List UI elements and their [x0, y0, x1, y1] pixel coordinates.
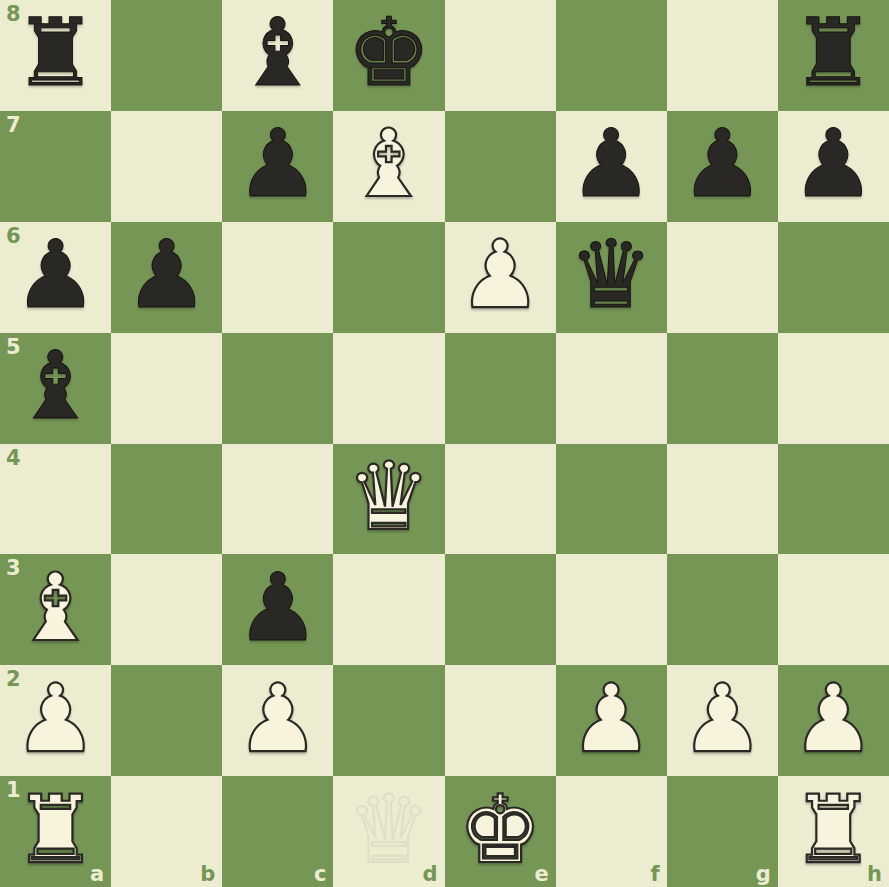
piece-white-pawn[interactable]: ♟	[680, 672, 764, 766]
square-g8[interactable]	[667, 0, 778, 111]
rank-label-7: 7	[6, 115, 21, 136]
square-g7[interactable]: ♟	[667, 111, 778, 222]
piece-white-pawn[interactable]: ♟	[458, 228, 542, 322]
square-c7[interactable]: ♟	[222, 111, 333, 222]
square-b7[interactable]	[111, 111, 222, 222]
piece-black-pawn[interactable]: ♟	[791, 117, 875, 211]
piece-white-bishop[interactable]: ♝	[347, 117, 431, 211]
piece-black-pawn[interactable]: ♟	[236, 561, 320, 655]
square-e4[interactable]	[445, 444, 556, 555]
square-h5[interactable]	[778, 333, 889, 444]
square-a3[interactable]: 3♝	[0, 554, 111, 665]
square-d7[interactable]: ♝	[333, 111, 444, 222]
square-e3[interactable]	[445, 554, 556, 665]
square-b1[interactable]: b	[111, 776, 222, 887]
square-a8[interactable]: 8♜	[0, 0, 111, 111]
piece-white-pawn[interactable]: ♟	[791, 672, 875, 766]
square-d5[interactable]	[333, 333, 444, 444]
piece-black-king[interactable]: ♚	[347, 6, 431, 100]
piece-black-pawn[interactable]: ♟	[569, 117, 653, 211]
square-g5[interactable]	[667, 333, 778, 444]
square-g3[interactable]	[667, 554, 778, 665]
piece-white-king[interactable]: ♚	[458, 783, 542, 877]
piece-black-pawn[interactable]: ♟	[125, 228, 209, 322]
square-f7[interactable]: ♟	[556, 111, 667, 222]
square-c1[interactable]: c	[222, 776, 333, 887]
square-h6[interactable]	[778, 222, 889, 333]
file-label-f: f	[651, 864, 660, 885]
piece-black-bishop[interactable]: ♝	[13, 339, 97, 433]
square-e1[interactable]: e♚	[445, 776, 556, 887]
square-f1[interactable]: f	[556, 776, 667, 887]
square-g2[interactable]: ♟	[667, 665, 778, 776]
square-d8[interactable]: ♚	[333, 0, 444, 111]
square-d2[interactable]	[333, 665, 444, 776]
piece-black-rook[interactable]: ♜	[791, 6, 875, 100]
square-b3[interactable]	[111, 554, 222, 665]
square-a1[interactable]: 1a♜	[0, 776, 111, 887]
square-h7[interactable]: ♟	[778, 111, 889, 222]
rank-label-4: 4	[6, 448, 21, 469]
square-a5[interactable]: 5♝	[0, 333, 111, 444]
square-b8[interactable]	[111, 0, 222, 111]
piece-white-pawn[interactable]: ♟	[236, 672, 320, 766]
file-label-b: b	[200, 864, 215, 885]
square-f4[interactable]	[556, 444, 667, 555]
square-f3[interactable]	[556, 554, 667, 665]
square-c5[interactable]	[222, 333, 333, 444]
square-b5[interactable]	[111, 333, 222, 444]
file-label-g: g	[756, 864, 771, 885]
square-b2[interactable]	[111, 665, 222, 776]
piece-white-rook[interactable]: ♜	[13, 783, 97, 877]
square-h1[interactable]: h♜	[778, 776, 889, 887]
piece-black-rook[interactable]: ♜	[13, 6, 97, 100]
square-h2[interactable]: ♟	[778, 665, 889, 776]
square-e6[interactable]: ♟	[445, 222, 556, 333]
square-d6[interactable]	[333, 222, 444, 333]
file-label-c: c	[314, 864, 326, 885]
square-b6[interactable]: ♟	[111, 222, 222, 333]
square-e2[interactable]	[445, 665, 556, 776]
square-d4[interactable]: ♛	[333, 444, 444, 555]
ghost-white-queen: ♛	[347, 783, 431, 877]
square-f2[interactable]: ♟	[556, 665, 667, 776]
square-e5[interactable]	[445, 333, 556, 444]
square-f5[interactable]	[556, 333, 667, 444]
piece-black-pawn[interactable]: ♟	[13, 228, 97, 322]
square-g6[interactable]	[667, 222, 778, 333]
piece-black-bishop[interactable]: ♝	[236, 6, 320, 100]
square-g1[interactable]: g	[667, 776, 778, 887]
square-f6[interactable]: ♛	[556, 222, 667, 333]
square-d3[interactable]	[333, 554, 444, 665]
square-c6[interactable]	[222, 222, 333, 333]
chess-board: 8♜♝♚♜7♟♝♟♟♟6♟♟♟♛5♝4♛3♝♟2♟♟♟♟♟1a♜bcd♛e♚fg…	[0, 0, 889, 887]
piece-white-pawn[interactable]: ♟	[13, 672, 97, 766]
square-c4[interactable]	[222, 444, 333, 555]
square-e8[interactable]	[445, 0, 556, 111]
piece-white-queen[interactable]: ♛	[347, 450, 431, 544]
square-a2[interactable]: 2♟	[0, 665, 111, 776]
square-a7[interactable]: 7	[0, 111, 111, 222]
square-h3[interactable]	[778, 554, 889, 665]
square-b4[interactable]	[111, 444, 222, 555]
square-c3[interactable]: ♟	[222, 554, 333, 665]
square-e7[interactable]	[445, 111, 556, 222]
square-c8[interactable]: ♝	[222, 0, 333, 111]
piece-black-queen[interactable]: ♛	[569, 228, 653, 322]
square-f8[interactable]	[556, 0, 667, 111]
piece-white-pawn[interactable]: ♟	[569, 672, 653, 766]
piece-white-bishop[interactable]: ♝	[13, 561, 97, 655]
square-c2[interactable]: ♟	[222, 665, 333, 776]
piece-white-rook[interactable]: ♜	[791, 783, 875, 877]
square-a6[interactable]: 6♟	[0, 222, 111, 333]
square-a4[interactable]: 4	[0, 444, 111, 555]
square-h4[interactable]	[778, 444, 889, 555]
piece-black-pawn[interactable]: ♟	[680, 117, 764, 211]
square-d1[interactable]: d♛	[333, 776, 444, 887]
square-g4[interactable]	[667, 444, 778, 555]
square-h8[interactable]: ♜	[778, 0, 889, 111]
piece-black-pawn[interactable]: ♟	[236, 117, 320, 211]
